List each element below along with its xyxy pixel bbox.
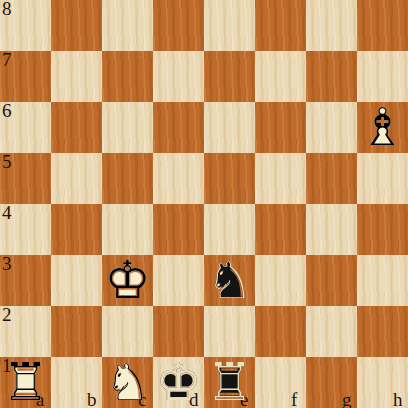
square-a6[interactable] (0, 102, 51, 153)
square-a3[interactable] (0, 255, 51, 306)
chess-board: ♝♗♚♔♞♘♜♖♞♘♚♔♜♖ (0, 0, 408, 408)
piece-black-king[interactable]: ♚♔ (153, 357, 204, 408)
square-e2[interactable] (204, 306, 255, 357)
square-h5[interactable] (357, 153, 408, 204)
square-f7[interactable] (255, 51, 306, 102)
square-f4[interactable] (255, 204, 306, 255)
square-d3[interactable] (153, 255, 204, 306)
square-h1[interactable] (357, 357, 408, 408)
square-h4[interactable] (357, 204, 408, 255)
square-g8[interactable] (306, 0, 357, 51)
square-f6[interactable] (255, 102, 306, 153)
piece-black-knight[interactable]: ♞♘ (204, 255, 255, 306)
square-b5[interactable] (51, 153, 102, 204)
square-a2[interactable] (0, 306, 51, 357)
square-e1[interactable]: ♜♖ (204, 357, 255, 408)
white-rook-outline-icon: ♖ (0, 357, 51, 408)
square-d5[interactable] (153, 153, 204, 204)
square-b4[interactable] (51, 204, 102, 255)
square-e4[interactable] (204, 204, 255, 255)
square-b6[interactable] (51, 102, 102, 153)
square-d4[interactable] (153, 204, 204, 255)
square-g4[interactable] (306, 204, 357, 255)
square-g7[interactable] (306, 51, 357, 102)
square-c6[interactable] (102, 102, 153, 153)
square-g3[interactable] (306, 255, 357, 306)
white-king-outline-icon: ♔ (102, 255, 153, 306)
square-b3[interactable] (51, 255, 102, 306)
square-e3[interactable]: ♞♘ (204, 255, 255, 306)
square-b2[interactable] (51, 306, 102, 357)
square-h6[interactable]: ♝♗ (357, 102, 408, 153)
square-c4[interactable] (102, 204, 153, 255)
square-h2[interactable] (357, 306, 408, 357)
square-e7[interactable] (204, 51, 255, 102)
black-rook-outline-icon: ♖ (204, 357, 255, 408)
square-d7[interactable] (153, 51, 204, 102)
square-d1[interactable]: ♚♔ (153, 357, 204, 408)
square-f3[interactable] (255, 255, 306, 306)
square-h3[interactable] (357, 255, 408, 306)
black-knight-outline-icon: ♘ (204, 255, 255, 306)
square-a8[interactable] (0, 0, 51, 51)
square-f8[interactable] (255, 0, 306, 51)
square-g1[interactable] (306, 357, 357, 408)
square-c1[interactable]: ♞♘ (102, 357, 153, 408)
square-e8[interactable] (204, 0, 255, 51)
square-f1[interactable] (255, 357, 306, 408)
white-knight-outline-icon: ♘ (102, 357, 153, 408)
square-c5[interactable] (102, 153, 153, 204)
white-bishop-outline-icon: ♗ (357, 102, 408, 153)
square-a7[interactable] (0, 51, 51, 102)
square-g5[interactable] (306, 153, 357, 204)
square-c3[interactable]: ♚♔ (102, 255, 153, 306)
square-h8[interactable] (357, 0, 408, 51)
square-f5[interactable] (255, 153, 306, 204)
square-f2[interactable] (255, 306, 306, 357)
piece-white-king[interactable]: ♚♔ (102, 255, 153, 306)
piece-white-bishop[interactable]: ♝♗ (357, 102, 408, 153)
square-a4[interactable] (0, 204, 51, 255)
square-e5[interactable] (204, 153, 255, 204)
square-g6[interactable] (306, 102, 357, 153)
piece-white-knight[interactable]: ♞♘ (102, 357, 153, 408)
square-b7[interactable] (51, 51, 102, 102)
square-e6[interactable] (204, 102, 255, 153)
square-a1[interactable]: ♜♖ (0, 357, 51, 408)
square-c2[interactable] (102, 306, 153, 357)
piece-black-rook[interactable]: ♜♖ (204, 357, 255, 408)
piece-white-rook[interactable]: ♜♖ (0, 357, 51, 408)
square-d6[interactable] (153, 102, 204, 153)
square-g2[interactable] (306, 306, 357, 357)
square-c8[interactable] (102, 0, 153, 51)
black-king-outline-icon: ♔ (153, 357, 204, 408)
square-d8[interactable] (153, 0, 204, 51)
chess-board-window: ♝♗♚♔♞♘♜♖♞♘♚♔♜♖ 87654321abcdefgh (0, 0, 408, 408)
square-a5[interactable] (0, 153, 51, 204)
square-h7[interactable] (357, 51, 408, 102)
square-b1[interactable] (51, 357, 102, 408)
square-c7[interactable] (102, 51, 153, 102)
square-b8[interactable] (51, 0, 102, 51)
square-d2[interactable] (153, 306, 204, 357)
